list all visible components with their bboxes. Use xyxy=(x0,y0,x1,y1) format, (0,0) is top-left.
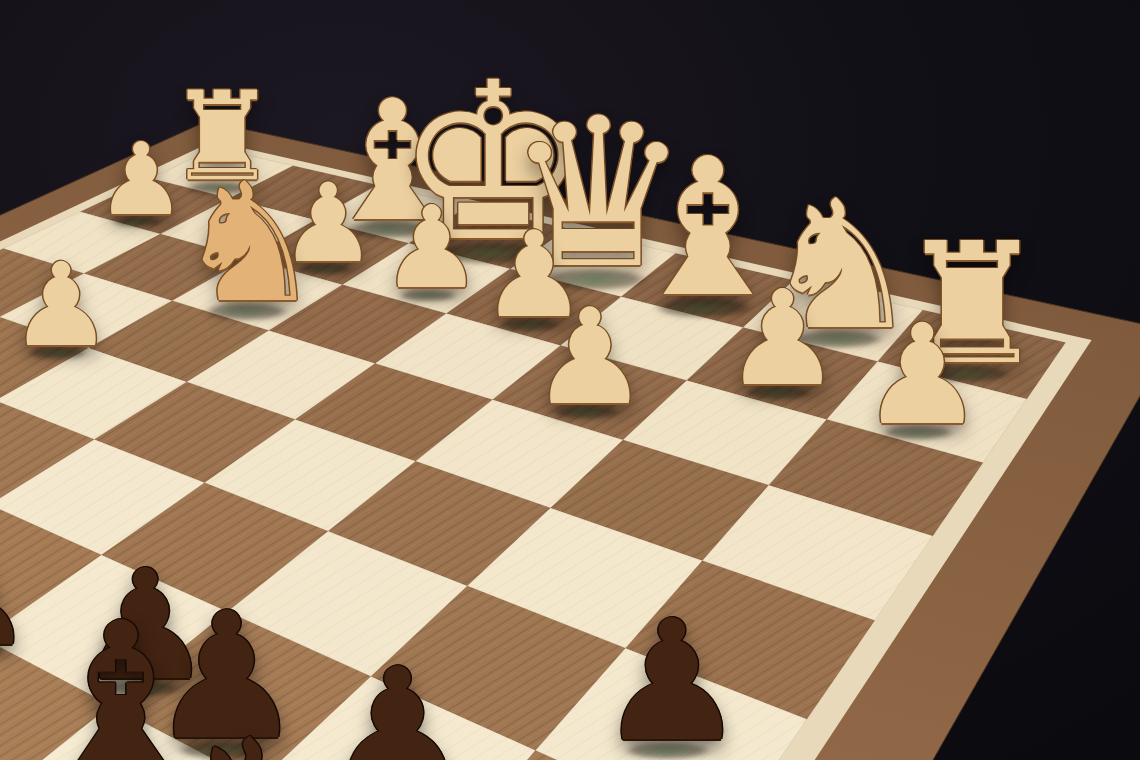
piece-black-pawn-a6: ♟ xyxy=(588,598,755,760)
piece-white-pawn-b2: ♟ xyxy=(717,273,848,404)
piece-black-knight-b8-partial: ♞ xyxy=(139,709,375,760)
piece-white-pawn-g4: ♟ xyxy=(4,248,119,363)
piece-white-pawn-a2: ♟ xyxy=(853,306,992,445)
piece-white-pawn-c3: ♟ xyxy=(524,291,656,423)
piece-white-pawn-e2: ♟ xyxy=(375,192,489,306)
chess-photo-scene: ♜♟♝♚♟♛♟♝♞♟♞♟♜♟♟♟♟♟♟♟♝♟♞ xyxy=(0,0,1140,760)
piece-white-knight-f3: ♞ xyxy=(168,162,332,326)
